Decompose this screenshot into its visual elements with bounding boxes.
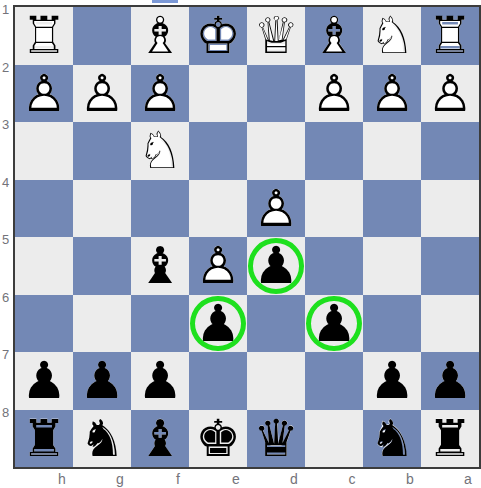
rank-labels: 1 2 3 4 5 6 7 8 bbox=[2, 7, 13, 467]
square-g6[interactable] bbox=[73, 295, 131, 353]
pawn-icon: ♟ bbox=[131, 352, 189, 410]
square-h7[interactable]: ♙♟ bbox=[15, 352, 73, 410]
rook-glyph-underlay: ♜ bbox=[421, 7, 479, 65]
rook-glyph-underlay: ♜ bbox=[15, 7, 73, 65]
square-c1[interactable]: ♝♗ bbox=[305, 7, 363, 65]
pawn-glyph-underlay: ♟ bbox=[421, 65, 479, 123]
rank-label-3: 3 bbox=[2, 117, 13, 175]
knight-icon: ♘ bbox=[131, 122, 189, 180]
white-pawn[interactable]: ♟♙ bbox=[363, 65, 421, 123]
white-queen[interactable]: ♛♕ bbox=[247, 7, 305, 65]
square-h2[interactable]: ♟♙ bbox=[15, 65, 73, 123]
white-pawn[interactable]: ♟♙ bbox=[247, 180, 305, 238]
black-queen[interactable]: ♕♛ bbox=[247, 410, 305, 468]
pawn-glyph-underlay: ♙ bbox=[421, 352, 479, 410]
pawn-icon: ♟ bbox=[421, 352, 479, 410]
file-label-b: b bbox=[381, 471, 439, 487]
square-a2[interactable]: ♟♙ bbox=[421, 65, 479, 123]
square-f5[interactable]: ♗♝ bbox=[131, 237, 189, 295]
square-b5[interactable] bbox=[363, 237, 421, 295]
rank-label-5: 5 bbox=[2, 232, 13, 290]
square-a5[interactable] bbox=[421, 237, 479, 295]
square-b1[interactable]: ♞♘ bbox=[363, 7, 421, 65]
black-pawn[interactable]: ♙♟ bbox=[421, 352, 479, 410]
square-c6[interactable]: ♙♟ bbox=[305, 295, 363, 353]
knight-glyph-underlay: ♘ bbox=[363, 410, 421, 468]
square-h4[interactable] bbox=[15, 180, 73, 238]
square-g1[interactable] bbox=[73, 7, 131, 65]
rook-icon: ♖ bbox=[421, 7, 479, 65]
square-g5[interactable] bbox=[73, 237, 131, 295]
white-pawn[interactable]: ♟♙ bbox=[421, 65, 479, 123]
square-a8[interactable]: ♖♜ bbox=[421, 410, 479, 468]
pawn-glyph-underlay: ♙ bbox=[15, 352, 73, 410]
black-pawn[interactable]: ♙♟ bbox=[189, 295, 247, 353]
chess-board: ♜♖♝♗♚♔♛♕♝♗♞♘♜♖♟♙♟♙♟♙♟♙♟♙♟♙♞♘♟♙♗♝♟♙♙♟♙♟♙♟… bbox=[13, 5, 481, 469]
square-f4[interactable] bbox=[131, 180, 189, 238]
square-d3[interactable] bbox=[247, 122, 305, 180]
square-d7[interactable] bbox=[247, 352, 305, 410]
queen-glyph-underlay: ♛ bbox=[247, 7, 305, 65]
square-b6[interactable] bbox=[363, 295, 421, 353]
white-knight[interactable]: ♞♘ bbox=[131, 122, 189, 180]
pawn-glyph-underlay: ♟ bbox=[131, 65, 189, 123]
square-h8[interactable]: ♖♜ bbox=[15, 410, 73, 468]
black-pawn[interactable]: ♙♟ bbox=[363, 352, 421, 410]
square-f7[interactable]: ♙♟ bbox=[131, 352, 189, 410]
square-e7[interactable] bbox=[189, 352, 247, 410]
king-glyph-underlay: ♔ bbox=[189, 410, 247, 468]
rank-label-2: 2 bbox=[2, 60, 13, 118]
pawn-glyph-underlay: ♙ bbox=[305, 295, 363, 353]
bishop-icon: ♗ bbox=[305, 7, 363, 65]
square-d6[interactable] bbox=[247, 295, 305, 353]
pawn-glyph-underlay: ♟ bbox=[73, 65, 131, 123]
pawn-icon: ♙ bbox=[73, 65, 131, 123]
pawn-icon: ♙ bbox=[189, 237, 247, 295]
square-d2[interactable] bbox=[247, 65, 305, 123]
square-c2[interactable]: ♟♙ bbox=[305, 65, 363, 123]
square-h3[interactable] bbox=[15, 122, 73, 180]
square-e1[interactable]: ♚♔ bbox=[189, 7, 247, 65]
pawn-glyph-underlay: ♙ bbox=[189, 295, 247, 353]
square-e2[interactable] bbox=[189, 65, 247, 123]
pawn-glyph-underlay: ♟ bbox=[15, 65, 73, 123]
queen-icon: ♕ bbox=[247, 7, 305, 65]
bishop-glyph-underlay: ♝ bbox=[131, 7, 189, 65]
file-label-h: h bbox=[33, 471, 91, 487]
black-rook[interactable]: ♖♜ bbox=[15, 410, 73, 468]
white-pawn[interactable]: ♟♙ bbox=[305, 65, 363, 123]
pawn-icon: ♟ bbox=[363, 352, 421, 410]
square-d4[interactable]: ♟♙ bbox=[247, 180, 305, 238]
rank-label-7: 7 bbox=[2, 347, 13, 405]
pawn-glyph-underlay: ♙ bbox=[73, 352, 131, 410]
knight-glyph-underlay: ♞ bbox=[363, 7, 421, 65]
knight-icon: ♘ bbox=[363, 7, 421, 65]
square-b8[interactable]: ♘♞ bbox=[363, 410, 421, 468]
rook-icon: ♜ bbox=[421, 410, 479, 468]
rook-icon: ♜ bbox=[15, 410, 73, 468]
king-icon: ♚ bbox=[189, 410, 247, 468]
square-c3[interactable] bbox=[305, 122, 363, 180]
pawn-icon: ♙ bbox=[247, 180, 305, 238]
top-blue-dash bbox=[152, 0, 178, 3]
square-e6[interactable]: ♙♟ bbox=[189, 295, 247, 353]
pawn-icon: ♟ bbox=[305, 295, 363, 353]
pawn-glyph-underlay: ♟ bbox=[247, 180, 305, 238]
pawn-icon: ♙ bbox=[363, 65, 421, 123]
black-knight[interactable]: ♘♞ bbox=[73, 410, 131, 468]
rank-label-6: 6 bbox=[2, 290, 13, 348]
square-f8[interactable]: ♗♝ bbox=[131, 410, 189, 468]
file-labels: h g f e d c b a bbox=[15, 471, 479, 487]
square-b4[interactable] bbox=[363, 180, 421, 238]
pawn-icon: ♙ bbox=[15, 65, 73, 123]
square-e8[interactable]: ♔♚ bbox=[189, 410, 247, 468]
square-e4[interactable] bbox=[189, 180, 247, 238]
pawn-icon: ♟ bbox=[73, 352, 131, 410]
knight-icon: ♞ bbox=[73, 410, 131, 468]
square-a7[interactable]: ♙♟ bbox=[421, 352, 479, 410]
black-pawn[interactable]: ♙♟ bbox=[73, 352, 131, 410]
bishop-glyph-underlay: ♝ bbox=[305, 7, 363, 65]
white-rook[interactable]: ♜♖ bbox=[15, 7, 73, 65]
chessboard-page: 1 2 3 4 5 6 7 8 ♜♖♝♗♚♔♛♕♝♗♞♘♜♖♟♙♟♙♟♙♟♙♟♙… bbox=[0, 0, 481, 488]
square-b2[interactable]: ♟♙ bbox=[363, 65, 421, 123]
file-label-e: e bbox=[207, 471, 265, 487]
square-h1[interactable]: ♜♖ bbox=[15, 7, 73, 65]
square-a1[interactable]: ♜♖ bbox=[421, 7, 479, 65]
pawn-icon: ♟ bbox=[189, 295, 247, 353]
file-label-d: d bbox=[265, 471, 323, 487]
square-c5[interactable] bbox=[305, 237, 363, 295]
pawn-icon: ♙ bbox=[421, 65, 479, 123]
knight-icon: ♞ bbox=[363, 410, 421, 468]
square-b3[interactable] bbox=[363, 122, 421, 180]
bishop-icon: ♝ bbox=[131, 237, 189, 295]
pawn-icon: ♙ bbox=[131, 65, 189, 123]
pawn-glyph-underlay: ♟ bbox=[363, 65, 421, 123]
queen-icon: ♛ bbox=[247, 410, 305, 468]
queen-glyph-underlay: ♕ bbox=[247, 410, 305, 468]
square-g2[interactable]: ♟♙ bbox=[73, 65, 131, 123]
king-glyph-underlay: ♚ bbox=[189, 7, 247, 65]
square-g3[interactable] bbox=[73, 122, 131, 180]
white-bishop[interactable]: ♝♗ bbox=[305, 7, 363, 65]
white-pawn[interactable]: ♟♙ bbox=[189, 237, 247, 295]
bishop-icon: ♗ bbox=[131, 7, 189, 65]
square-f2[interactable]: ♟♙ bbox=[131, 65, 189, 123]
square-d5[interactable]: ♙♟ bbox=[247, 237, 305, 295]
white-pawn[interactable]: ♟♙ bbox=[73, 65, 131, 123]
square-h5[interactable] bbox=[15, 237, 73, 295]
white-rook[interactable]: ♜♖ bbox=[421, 7, 479, 65]
pawn-glyph-underlay: ♙ bbox=[363, 352, 421, 410]
white-pawn[interactable]: ♟♙ bbox=[131, 65, 189, 123]
black-bishop[interactable]: ♗♝ bbox=[131, 237, 189, 295]
square-c7[interactable] bbox=[305, 352, 363, 410]
square-a4[interactable] bbox=[421, 180, 479, 238]
pawn-icon: ♟ bbox=[15, 352, 73, 410]
white-pawn[interactable]: ♟♙ bbox=[15, 65, 73, 123]
black-rook[interactable]: ♖♜ bbox=[421, 410, 479, 468]
pawn-icon: ♙ bbox=[305, 65, 363, 123]
square-h6[interactable] bbox=[15, 295, 73, 353]
black-knight[interactable]: ♘♞ bbox=[363, 410, 421, 468]
square-d8[interactable]: ♕♛ bbox=[247, 410, 305, 468]
rook-glyph-underlay: ♖ bbox=[15, 410, 73, 468]
black-pawn[interactable]: ♙♟ bbox=[131, 352, 189, 410]
rank-label-1: 1 bbox=[2, 2, 13, 60]
square-e3[interactable] bbox=[189, 122, 247, 180]
pawn-glyph-underlay: ♙ bbox=[247, 237, 305, 295]
black-pawn[interactable]: ♙♟ bbox=[305, 295, 363, 353]
bishop-glyph-underlay: ♗ bbox=[131, 237, 189, 295]
square-b7[interactable]: ♙♟ bbox=[363, 352, 421, 410]
pawn-icon: ♟ bbox=[247, 237, 305, 295]
bishop-icon: ♝ bbox=[131, 410, 189, 468]
square-a6[interactable] bbox=[421, 295, 479, 353]
black-bishop[interactable]: ♗♝ bbox=[131, 410, 189, 468]
bishop-glyph-underlay: ♗ bbox=[131, 410, 189, 468]
white-bishop[interactable]: ♝♗ bbox=[131, 7, 189, 65]
square-f6[interactable] bbox=[131, 295, 189, 353]
knight-glyph-underlay: ♘ bbox=[73, 410, 131, 468]
pawn-glyph-underlay: ♙ bbox=[131, 352, 189, 410]
square-f1[interactable]: ♝♗ bbox=[131, 7, 189, 65]
white-knight[interactable]: ♞♘ bbox=[363, 7, 421, 65]
pawn-glyph-underlay: ♟ bbox=[189, 237, 247, 295]
file-label-c: c bbox=[323, 471, 381, 487]
rank-label-8: 8 bbox=[2, 405, 13, 463]
square-e5[interactable]: ♟♙ bbox=[189, 237, 247, 295]
black-pawn[interactable]: ♙♟ bbox=[247, 237, 305, 295]
file-label-g: g bbox=[91, 471, 149, 487]
knight-glyph-underlay: ♞ bbox=[131, 122, 189, 180]
white-king[interactable]: ♚♔ bbox=[189, 7, 247, 65]
square-c8[interactable] bbox=[305, 410, 363, 468]
black-pawn[interactable]: ♙♟ bbox=[15, 352, 73, 410]
rook-icon: ♖ bbox=[15, 7, 73, 65]
file-label-a: a bbox=[439, 471, 481, 487]
black-king[interactable]: ♔♚ bbox=[189, 410, 247, 468]
square-g8[interactable]: ♘♞ bbox=[73, 410, 131, 468]
square-g4[interactable] bbox=[73, 180, 131, 238]
square-f3[interactable]: ♞♘ bbox=[131, 122, 189, 180]
rank-label-4: 4 bbox=[2, 175, 13, 233]
square-c4[interactable] bbox=[305, 180, 363, 238]
square-d1[interactable]: ♛♕ bbox=[247, 7, 305, 65]
king-icon: ♔ bbox=[189, 7, 247, 65]
square-a3[interactable] bbox=[421, 122, 479, 180]
file-label-f: f bbox=[149, 471, 207, 487]
rook-glyph-underlay: ♖ bbox=[421, 410, 479, 468]
square-g7[interactable]: ♙♟ bbox=[73, 352, 131, 410]
pawn-glyph-underlay: ♟ bbox=[305, 65, 363, 123]
